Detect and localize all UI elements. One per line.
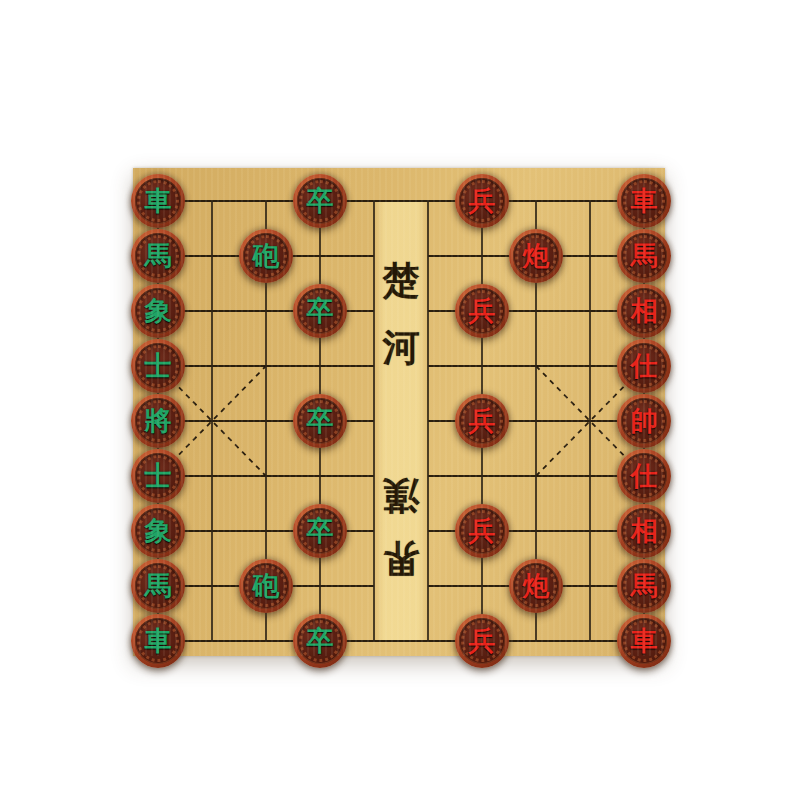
green-piece[interactable]: 車: [131, 174, 185, 228]
piece-face: 卒: [297, 508, 343, 554]
piece-character: 卒: [297, 398, 343, 444]
piece-face: 馬: [621, 233, 667, 279]
green-piece[interactable]: 砲: [239, 229, 293, 283]
green-piece[interactable]: 砲: [239, 559, 293, 613]
piece-character: 相: [621, 288, 667, 334]
piece-character: 士: [135, 453, 181, 499]
red-piece[interactable]: 車: [617, 174, 671, 228]
red-piece[interactable]: 兵: [455, 394, 509, 448]
piece-face: 仕: [621, 343, 667, 389]
piece-character: 兵: [459, 508, 505, 554]
piece-character: 帥: [621, 398, 667, 444]
red-piece[interactable]: 相: [617, 284, 671, 338]
red-piece[interactable]: 兵: [455, 174, 509, 228]
river-label-4: 界: [383, 540, 420, 577]
river-label-1: 楚: [383, 262, 420, 299]
piece-face: 士: [135, 343, 181, 389]
piece-face: 卒: [297, 178, 343, 224]
piece-face: 兵: [459, 398, 505, 444]
green-piece[interactable]: 馬: [131, 559, 185, 613]
piece-face: 車: [135, 618, 181, 664]
piece-character: 象: [135, 508, 181, 554]
red-piece[interactable]: 兵: [455, 614, 509, 668]
piece-character: 炮: [513, 233, 559, 279]
red-piece[interactable]: 炮: [509, 559, 563, 613]
river-label-2: 河: [383, 329, 420, 366]
piece-character: 馬: [621, 233, 667, 279]
piece-character: 炮: [513, 563, 559, 609]
river-label-3: 漢: [383, 477, 420, 514]
piece-face: 士: [135, 453, 181, 499]
piece-character: 象: [135, 288, 181, 334]
board-grid: [133, 168, 665, 656]
piece-character: 卒: [297, 178, 343, 224]
piece-face: 兵: [459, 618, 505, 664]
piece-character: 車: [621, 618, 667, 664]
piece-character: 卒: [297, 288, 343, 334]
red-piece[interactable]: 馬: [617, 559, 671, 613]
red-piece[interactable]: 仕: [617, 339, 671, 393]
piece-face: 馬: [621, 563, 667, 609]
green-piece[interactable]: 士: [131, 449, 185, 503]
green-piece[interactable]: 卒: [293, 284, 347, 338]
piece-face: 帥: [621, 398, 667, 444]
piece-face: 炮: [513, 563, 559, 609]
piece-face: 卒: [297, 618, 343, 664]
piece-character: 兵: [459, 398, 505, 444]
piece-character: 砲: [243, 563, 289, 609]
piece-face: 相: [621, 508, 667, 554]
xiangqi-board[interactable]: 楚河漢界車馬象士將士象馬車砲砲卒卒卒卒卒兵兵兵兵兵炮炮車馬相仕帥仕相馬車: [133, 168, 665, 656]
piece-face: 象: [135, 288, 181, 334]
piece-character: 仕: [621, 343, 667, 389]
piece-character: 卒: [297, 508, 343, 554]
green-piece[interactable]: 象: [131, 284, 185, 338]
piece-face: 卒: [297, 288, 343, 334]
piece-character: 車: [135, 618, 181, 664]
piece-character: 車: [621, 178, 667, 224]
piece-face: 兵: [459, 508, 505, 554]
red-piece[interactable]: 車: [617, 614, 671, 668]
red-piece[interactable]: 馬: [617, 229, 671, 283]
piece-face: 相: [621, 288, 667, 334]
piece-face: 兵: [459, 288, 505, 334]
piece-face: 仕: [621, 453, 667, 499]
piece-face: 象: [135, 508, 181, 554]
piece-face: 車: [621, 178, 667, 224]
green-piece[interactable]: 象: [131, 504, 185, 558]
red-piece[interactable]: 兵: [455, 504, 509, 558]
green-piece[interactable]: 馬: [131, 229, 185, 283]
green-piece[interactable]: 卒: [293, 174, 347, 228]
piece-character: 卒: [297, 618, 343, 664]
red-piece[interactable]: 炮: [509, 229, 563, 283]
piece-face: 卒: [297, 398, 343, 444]
product-photo-stage: 楚河漢界車馬象士將士象馬車砲砲卒卒卒卒卒兵兵兵兵兵炮炮車馬相仕帥仕相馬車: [0, 0, 800, 800]
piece-face: 炮: [513, 233, 559, 279]
red-piece[interactable]: 帥: [617, 394, 671, 448]
piece-character: 兵: [459, 178, 505, 224]
green-piece[interactable]: 車: [131, 614, 185, 668]
green-piece[interactable]: 卒: [293, 394, 347, 448]
piece-character: 將: [135, 398, 181, 444]
green-piece[interactable]: 士: [131, 339, 185, 393]
red-piece[interactable]: 兵: [455, 284, 509, 338]
piece-face: 兵: [459, 178, 505, 224]
piece-character: 車: [135, 178, 181, 224]
piece-face: 馬: [135, 563, 181, 609]
piece-character: 馬: [135, 563, 181, 609]
piece-character: 士: [135, 343, 181, 389]
piece-face: 馬: [135, 233, 181, 279]
piece-character: 馬: [135, 233, 181, 279]
red-piece[interactable]: 相: [617, 504, 671, 558]
piece-character: 兵: [459, 618, 505, 664]
piece-face: 車: [621, 618, 667, 664]
piece-face: 砲: [243, 563, 289, 609]
piece-face: 砲: [243, 233, 289, 279]
piece-character: 兵: [459, 288, 505, 334]
piece-character: 馬: [621, 563, 667, 609]
piece-character: 相: [621, 508, 667, 554]
piece-face: 車: [135, 178, 181, 224]
piece-character: 砲: [243, 233, 289, 279]
green-piece[interactable]: 卒: [293, 504, 347, 558]
red-piece[interactable]: 仕: [617, 449, 671, 503]
piece-character: 仕: [621, 453, 667, 499]
green-piece[interactable]: 將: [131, 394, 185, 448]
green-piece[interactable]: 卒: [293, 614, 347, 668]
piece-face: 將: [135, 398, 181, 444]
